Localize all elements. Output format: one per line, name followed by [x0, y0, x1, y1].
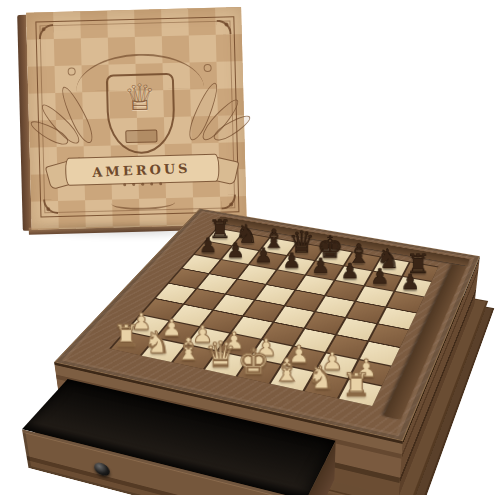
square-h7: ♟: [396, 277, 432, 296]
chess-board-grid: ♜♞♝♛♚♝♞♜♟♟♟♟♟♟♟♟♟♟♟♟♟♟♟♟♜♞♝♛♚♝♞♜: [109, 228, 438, 406]
square-h5: [379, 308, 417, 329]
board-scene: ♜♞♝♛♚♝♞♜♟♟♟♟♟♟♟♟♟♟♟♟♟♟♟♟♜♞♝♛♚♝♞♜: [0, 0, 500, 495]
square-h6: [387, 292, 424, 312]
chess-board-unit: ♜♞♝♛♚♝♞♜♟♟♟♟♟♟♟♟♟♟♟♟♟♟♟♟♜♞♝♛♚♝♞♜: [54, 209, 480, 442]
product-photo: ♕ AMEROUS: [0, 0, 500, 495]
square-f5: [316, 296, 354, 317]
drawer-knob: [93, 461, 110, 477]
square-h1: ♜: [339, 380, 381, 406]
